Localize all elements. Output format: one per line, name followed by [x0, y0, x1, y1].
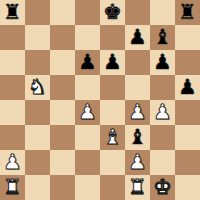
square-c3[interactable] [50, 125, 75, 150]
square-c8[interactable] [50, 0, 75, 25]
square-d5[interactable] [75, 75, 100, 100]
square-g3[interactable] [150, 125, 175, 150]
square-e1[interactable] [100, 175, 125, 200]
chess-board: ♜♚♜♟♝♟♟♟♞♟♟♟♟♝♝♟♟♜♜♚ [0, 0, 200, 200]
square-a8[interactable]: ♜ [0, 0, 25, 25]
piece-white-rook-a1[interactable]: ♜ [3, 175, 22, 200]
square-e2[interactable] [100, 150, 125, 175]
square-h5[interactable]: ♟ [175, 75, 200, 100]
square-f8[interactable] [125, 0, 150, 25]
square-d8[interactable] [75, 0, 100, 25]
square-b1[interactable] [25, 175, 50, 200]
piece-black-rook-a8[interactable]: ♜ [3, 0, 22, 25]
square-a4[interactable] [0, 100, 25, 125]
square-d6[interactable]: ♟ [75, 50, 100, 75]
piece-white-pawn-g4[interactable]: ♟ [153, 100, 172, 125]
piece-white-knight-b5[interactable]: ♞ [28, 75, 47, 100]
square-c6[interactable] [50, 50, 75, 75]
square-f5[interactable] [125, 75, 150, 100]
square-d2[interactable] [75, 150, 100, 175]
square-g2[interactable] [150, 150, 175, 175]
piece-black-king-e8[interactable]: ♚ [103, 0, 122, 25]
square-f7[interactable]: ♟ [125, 25, 150, 50]
square-f2[interactable]: ♟ [125, 150, 150, 175]
piece-black-bishop-g7[interactable]: ♝ [153, 25, 172, 50]
piece-black-pawn-f7[interactable]: ♟ [128, 25, 147, 50]
square-e3[interactable]: ♝ [100, 125, 125, 150]
square-h2[interactable] [175, 150, 200, 175]
square-g6[interactable]: ♟ [150, 50, 175, 75]
square-b3[interactable] [25, 125, 50, 150]
square-c7[interactable] [50, 25, 75, 50]
square-c1[interactable] [50, 175, 75, 200]
square-c2[interactable] [50, 150, 75, 175]
square-a5[interactable] [0, 75, 25, 100]
square-h3[interactable] [175, 125, 200, 150]
piece-black-pawn-h5[interactable]: ♟ [178, 75, 197, 100]
piece-black-pawn-d6[interactable]: ♟ [78, 50, 97, 75]
square-e8[interactable]: ♚ [100, 0, 125, 25]
square-d1[interactable] [75, 175, 100, 200]
square-h7[interactable] [175, 25, 200, 50]
piece-black-rook-h8[interactable]: ♜ [178, 0, 197, 25]
square-f1[interactable]: ♜ [125, 175, 150, 200]
square-e5[interactable] [100, 75, 125, 100]
square-f3[interactable]: ♝ [125, 125, 150, 150]
piece-black-pawn-e6[interactable]: ♟ [103, 50, 122, 75]
square-h1[interactable] [175, 175, 200, 200]
piece-white-rook-f1[interactable]: ♜ [128, 175, 147, 200]
piece-white-pawn-d4[interactable]: ♟ [78, 100, 97, 125]
square-h6[interactable] [175, 50, 200, 75]
piece-black-bishop-f3[interactable]: ♝ [128, 125, 147, 150]
square-a2[interactable]: ♟ [0, 150, 25, 175]
square-a1[interactable]: ♜ [0, 175, 25, 200]
square-b8[interactable] [25, 0, 50, 25]
square-g8[interactable] [150, 0, 175, 25]
piece-white-pawn-f4[interactable]: ♟ [128, 100, 147, 125]
square-g5[interactable] [150, 75, 175, 100]
piece-white-pawn-a2[interactable]: ♟ [3, 150, 22, 175]
square-c5[interactable] [50, 75, 75, 100]
square-b2[interactable] [25, 150, 50, 175]
square-g7[interactable]: ♝ [150, 25, 175, 50]
square-d7[interactable] [75, 25, 100, 50]
square-h8[interactable]: ♜ [175, 0, 200, 25]
square-a7[interactable] [0, 25, 25, 50]
square-e7[interactable] [100, 25, 125, 50]
square-g1[interactable]: ♚ [150, 175, 175, 200]
piece-white-pawn-f2[interactable]: ♟ [128, 150, 147, 175]
piece-black-pawn-g6[interactable]: ♟ [153, 50, 172, 75]
square-b5[interactable]: ♞ [25, 75, 50, 100]
square-f6[interactable] [125, 50, 150, 75]
piece-white-king-g1[interactable]: ♚ [153, 175, 172, 200]
square-b6[interactable] [25, 50, 50, 75]
square-b4[interactable] [25, 100, 50, 125]
square-b7[interactable] [25, 25, 50, 50]
square-f4[interactable]: ♟ [125, 100, 150, 125]
square-d3[interactable] [75, 125, 100, 150]
square-e4[interactable] [100, 100, 125, 125]
piece-white-bishop-e3[interactable]: ♝ [103, 125, 122, 150]
square-g4[interactable]: ♟ [150, 100, 175, 125]
square-a6[interactable] [0, 50, 25, 75]
square-e6[interactable]: ♟ [100, 50, 125, 75]
square-c4[interactable] [50, 100, 75, 125]
square-d4[interactable]: ♟ [75, 100, 100, 125]
square-h4[interactable] [175, 100, 200, 125]
square-a3[interactable] [0, 125, 25, 150]
